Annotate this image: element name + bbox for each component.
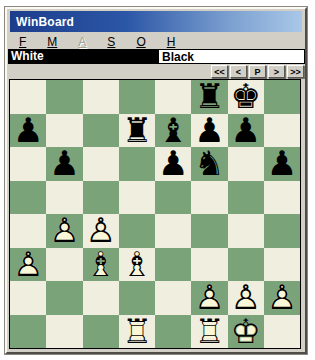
piece-wB[interactable]: ♝♗: [85, 248, 115, 281]
square-e2[interactable]: [155, 281, 191, 315]
square-h8[interactable]: [264, 80, 300, 114]
piece-bP[interactable]: ♟: [267, 147, 297, 180]
square-f8[interactable]: ♜: [191, 80, 227, 114]
square-e3[interactable]: [155, 248, 191, 282]
piece-bP[interactable]: ♟: [230, 114, 260, 147]
square-c4[interactable]: ♟♙: [83, 214, 119, 248]
square-h2[interactable]: ♟♙: [264, 281, 300, 315]
piece-bR[interactable]: ♜: [122, 114, 152, 147]
piece-wR[interactable]: ♜♖: [122, 315, 152, 348]
square-c7[interactable]: [83, 114, 119, 148]
square-c2[interactable]: [83, 281, 119, 315]
menu-item-mode[interactable]: M: [47, 35, 57, 49]
square-e7[interactable]: ♝: [155, 114, 191, 148]
square-e6[interactable]: ♟: [155, 147, 191, 181]
square-d2[interactable]: [119, 281, 155, 315]
piece-bP[interactable]: ♟: [194, 114, 224, 147]
square-f7[interactable]: ♟: [191, 114, 227, 148]
square-b1[interactable]: [46, 315, 82, 349]
square-c8[interactable]: [83, 80, 119, 114]
piece-wP[interactable]: ♟♙: [194, 281, 224, 314]
piece-bN[interactable]: ♞: [194, 147, 224, 180]
square-d8[interactable]: [119, 80, 155, 114]
square-f4[interactable]: [191, 214, 227, 248]
square-g8[interactable]: ♚: [228, 80, 264, 114]
menu-bar: F M A S O H: [10, 34, 302, 50]
square-c3[interactable]: ♝♗: [83, 248, 119, 282]
square-d5[interactable]: [119, 181, 155, 215]
square-d1[interactable]: ♜♖: [119, 315, 155, 349]
square-b6[interactable]: ♟: [46, 147, 82, 181]
square-b4[interactable]: ♟♙: [46, 214, 82, 248]
square-a7[interactable]: ♟: [10, 114, 46, 148]
square-h3[interactable]: [264, 248, 300, 282]
square-f3[interactable]: [191, 248, 227, 282]
piece-wP[interactable]: ♟♙: [230, 281, 260, 314]
square-g1[interactable]: ♚♔: [228, 315, 264, 349]
square-a2[interactable]: [10, 281, 46, 315]
square-e8[interactable]: [155, 80, 191, 114]
square-a4[interactable]: [10, 214, 46, 248]
piece-wP[interactable]: ♟♙: [13, 248, 43, 281]
menu-item-step[interactable]: S: [107, 35, 115, 49]
square-c6[interactable]: [83, 147, 119, 181]
piece-bP[interactable]: ♟: [13, 114, 43, 147]
black-player-label: Black: [158, 49, 305, 64]
piece-bP[interactable]: ♟: [49, 147, 79, 180]
square-d7[interactable]: ♜: [119, 114, 155, 148]
square-f6[interactable]: ♞: [191, 147, 227, 181]
square-d3[interactable]: ♝♗: [119, 248, 155, 282]
page: WinBoard F M A S O H White Black << < P …: [0, 0, 315, 360]
square-a5[interactable]: [10, 181, 46, 215]
piece-bB[interactable]: ♝: [158, 114, 188, 147]
square-a1[interactable]: [10, 315, 46, 349]
square-h7[interactable]: [264, 114, 300, 148]
winboard-window: WinBoard F M A S O H White Black << < P …: [5, 7, 307, 354]
square-b8[interactable]: [46, 80, 82, 114]
square-b7[interactable]: [46, 114, 82, 148]
menu-item-options[interactable]: O: [136, 35, 145, 49]
square-c1[interactable]: [83, 315, 119, 349]
menu-item-action[interactable]: A: [78, 35, 86, 49]
square-b2[interactable]: [46, 281, 82, 315]
piece-wP[interactable]: ♟♙: [267, 281, 297, 314]
square-f1[interactable]: ♜♖: [191, 315, 227, 349]
square-g2[interactable]: ♟♙: [228, 281, 264, 315]
menu-item-file[interactable]: F: [19, 35, 26, 49]
square-c5[interactable]: [83, 181, 119, 215]
title-bar[interactable]: WinBoard: [10, 11, 302, 32]
square-a3[interactable]: ♟♙: [10, 248, 46, 282]
piece-wB[interactable]: ♝♗: [122, 248, 152, 281]
square-g5[interactable]: [228, 181, 264, 215]
white-player-label: White: [8, 49, 158, 64]
square-h4[interactable]: [264, 214, 300, 248]
chess-board: ♜♚♟♜♝♟♟♟♟♞♟♟♙♟♙♟♙♝♗♝♗♟♙♟♙♟♙♜♖♜♖♚♔: [9, 79, 301, 349]
piece-bR[interactable]: ♜: [194, 80, 224, 113]
square-g6[interactable]: [228, 147, 264, 181]
square-f2[interactable]: ♟♙: [191, 281, 227, 315]
square-a6[interactable]: [10, 147, 46, 181]
step-forward-button[interactable]: >: [268, 65, 285, 78]
square-f5[interactable]: [191, 181, 227, 215]
square-b5[interactable]: [46, 181, 82, 215]
square-g7[interactable]: ♟: [228, 114, 264, 148]
square-a8[interactable]: [10, 80, 46, 114]
square-g3[interactable]: [228, 248, 264, 282]
piece-wP[interactable]: ♟♙: [85, 214, 115, 247]
players-bar: White Black: [8, 49, 305, 64]
square-g4[interactable]: [228, 214, 264, 248]
window-title: WinBoard: [10, 15, 74, 29]
menu-item-help[interactable]: H: [167, 35, 176, 49]
square-h5[interactable]: [264, 181, 300, 215]
piece-wR[interactable]: ♜♖: [194, 315, 224, 348]
piece-bP[interactable]: ♟: [158, 147, 188, 180]
piece-bK[interactable]: ♚: [230, 80, 260, 113]
square-h6[interactable]: ♟: [264, 147, 300, 181]
piece-wP[interactable]: ♟♙: [49, 214, 79, 247]
square-e5[interactable]: [155, 181, 191, 215]
square-e4[interactable]: [155, 214, 191, 248]
piece-wK[interactable]: ♚♔: [230, 315, 260, 348]
square-h1[interactable]: [264, 315, 300, 349]
square-b3[interactable]: [46, 248, 82, 282]
square-d4[interactable]: [119, 214, 155, 248]
fast-forward-button[interactable]: >>: [287, 65, 304, 78]
square-d6[interactable]: [119, 147, 155, 181]
square-e1[interactable]: [155, 315, 191, 349]
